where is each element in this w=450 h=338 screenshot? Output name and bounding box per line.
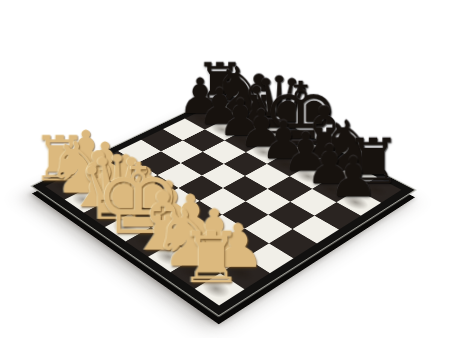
white-rook-glyph: ♜ bbox=[144, 223, 281, 294]
chessboard: ♜♞♝♛♚♝♞♜♟♟♟♟♟♟♟♟♟♟♟♟♟♟♟♟♜♞♝♛♚♝♞♜ bbox=[33, 93, 415, 315]
chess-set-photo: ♜♞♝♛♚♝♞♜♟♟♟♟♟♟♟♟♟♟♟♟♟♟♟♟♜♞♝♛♚♝♞♜ bbox=[0, 0, 450, 338]
board-grid: ♜♞♝♛♚♝♞♜♟♟♟♟♟♟♟♟♟♟♟♟♟♟♟♟♜♞♝♛♚♝♞♜ bbox=[45, 99, 401, 306]
scene: ♜♞♝♛♚♝♞♜♟♟♟♟♟♟♟♟♟♟♟♟♟♟♟♟♜♞♝♛♚♝♞♜ bbox=[0, 0, 450, 338]
square-h1: ♜ bbox=[194, 273, 245, 306]
square-h7: ♟ bbox=[336, 189, 381, 215]
board-frame: ♜♞♝♛♚♝♞♜♟♟♟♟♟♟♟♟♟♟♟♟♟♟♟♟♜♞♝♛♚♝♞♜ bbox=[33, 93, 415, 315]
black-pawn-glyph: ♟ bbox=[292, 150, 415, 205]
